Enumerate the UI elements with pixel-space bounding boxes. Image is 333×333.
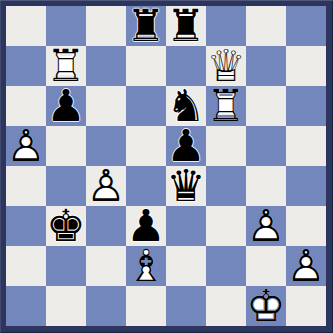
square-a8[interactable] <box>6 6 46 46</box>
square-a3[interactable] <box>6 206 46 246</box>
pawn-outline-icon: ♙ <box>6 126 46 166</box>
square-f4[interactable] <box>206 166 246 206</box>
king-outline-icon: ♔ <box>246 286 286 326</box>
white-pawn-h2[interactable]: ♟♙ <box>286 246 326 286</box>
black-pawn-b6[interactable]: ♟ <box>46 86 86 126</box>
square-g7[interactable] <box>246 46 286 86</box>
square-d1[interactable] <box>126 286 166 326</box>
square-a5[interactable]: ♟♙ <box>6 126 46 166</box>
square-g5[interactable] <box>246 126 286 166</box>
square-c8[interactable] <box>86 6 126 46</box>
square-g8[interactable] <box>246 6 286 46</box>
square-h7[interactable] <box>286 46 326 86</box>
square-g1[interactable]: ♚♔ <box>246 286 286 326</box>
black-rook-d8[interactable]: ♜ <box>126 6 166 46</box>
square-h5[interactable] <box>286 126 326 166</box>
square-c7[interactable] <box>86 46 126 86</box>
square-c3[interactable] <box>86 206 126 246</box>
black-rook-e8[interactable]: ♜ <box>166 6 206 46</box>
white-rook-f6[interactable]: ♜♖ <box>206 86 246 126</box>
square-f6[interactable]: ♜♖ <box>206 86 246 126</box>
white-pawn-a5[interactable]: ♟♙ <box>6 126 46 166</box>
pawn-outline-icon: ♙ <box>86 166 126 206</box>
black-king-b3[interactable]: ♚ <box>46 206 86 246</box>
black-queen-e4[interactable]: ♛ <box>166 166 206 206</box>
pawn-outline-icon: ♙ <box>286 246 326 286</box>
square-h2[interactable]: ♟♙ <box>286 246 326 286</box>
white-pawn-g3[interactable]: ♟♙ <box>246 206 286 246</box>
square-g6[interactable] <box>246 86 286 126</box>
square-b3[interactable]: ♚ <box>46 206 86 246</box>
square-f3[interactable] <box>206 206 246 246</box>
white-pawn-c4[interactable]: ♟♙ <box>86 166 126 206</box>
square-d7[interactable] <box>126 46 166 86</box>
square-d5[interactable] <box>126 126 166 166</box>
square-b5[interactable] <box>46 126 86 166</box>
bishop-outline-icon: ♗ <box>126 246 166 286</box>
square-c1[interactable] <box>86 286 126 326</box>
square-b2[interactable] <box>46 246 86 286</box>
chess-board-frame: ♜♜♜♖♛♕♟♞♜♖♟♙♟♟♙♛♚♟♟♙♝♗♟♙♚♔ <box>0 0 333 333</box>
square-h4[interactable] <box>286 166 326 206</box>
square-h6[interactable] <box>286 86 326 126</box>
square-a7[interactable] <box>6 46 46 86</box>
square-d2[interactable]: ♝♗ <box>126 246 166 286</box>
square-h1[interactable] <box>286 286 326 326</box>
square-d6[interactable] <box>126 86 166 126</box>
square-e8[interactable]: ♜ <box>166 6 206 46</box>
square-a2[interactable] <box>6 246 46 286</box>
square-e3[interactable] <box>166 206 206 246</box>
square-a1[interactable] <box>6 286 46 326</box>
square-c2[interactable] <box>86 246 126 286</box>
square-c4[interactable]: ♟♙ <box>86 166 126 206</box>
square-h8[interactable] <box>286 6 326 46</box>
white-bishop-d2[interactable]: ♝♗ <box>126 246 166 286</box>
square-e1[interactable] <box>166 286 206 326</box>
square-f1[interactable] <box>206 286 246 326</box>
pawn-outline-icon: ♙ <box>246 206 286 246</box>
square-b6[interactable]: ♟ <box>46 86 86 126</box>
square-b1[interactable] <box>46 286 86 326</box>
square-e4[interactable]: ♛ <box>166 166 206 206</box>
square-d8[interactable]: ♜ <box>126 6 166 46</box>
square-f5[interactable] <box>206 126 246 166</box>
white-king-g1[interactable]: ♚♔ <box>246 286 286 326</box>
rook-outline-icon: ♖ <box>206 86 246 126</box>
square-f2[interactable] <box>206 246 246 286</box>
square-g3[interactable]: ♟♙ <box>246 206 286 246</box>
chess-board: ♜♜♜♖♛♕♟♞♜♖♟♙♟♟♙♛♚♟♟♙♝♗♟♙♚♔ <box>6 6 326 326</box>
square-a4[interactable] <box>6 166 46 206</box>
square-c6[interactable] <box>86 86 126 126</box>
square-e2[interactable] <box>166 246 206 286</box>
